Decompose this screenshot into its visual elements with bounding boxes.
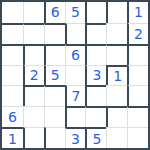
cell-r6c3[interactable] — [44, 106, 65, 127]
puzzle-grid: 65126253176135 — [0, 0, 150, 150]
cell-r2c5[interactable] — [85, 23, 106, 44]
cell-r2c6[interactable] — [106, 23, 127, 44]
cell-r3c1[interactable] — [2, 44, 23, 65]
cell-r7c6[interactable] — [106, 127, 127, 148]
cell-r6c1[interactable]: 6 — [2, 106, 23, 127]
cell-r6c6[interactable] — [106, 106, 127, 127]
cell-r4c1[interactable] — [2, 65, 23, 86]
cell-r1c7[interactable]: 1 — [127, 2, 148, 23]
cell-r4c3[interactable]: 5 — [44, 65, 65, 86]
cell-r3c5[interactable] — [85, 44, 106, 65]
cell-r7c5[interactable]: 5 — [85, 127, 106, 148]
cell-r5c4[interactable]: 7 — [65, 85, 86, 106]
cell-r5c7[interactable] — [127, 85, 148, 106]
cell-r1c2[interactable] — [23, 2, 44, 23]
cell-r7c2[interactable] — [23, 127, 44, 148]
cell-r3c6[interactable] — [106, 44, 127, 65]
cell-r6c4[interactable] — [65, 106, 86, 127]
cell-r3c7[interactable] — [127, 44, 148, 65]
cell-r7c3[interactable] — [44, 127, 65, 148]
cell-r2c7[interactable]: 2 — [127, 23, 148, 44]
cell-r1c3[interactable]: 6 — [44, 2, 65, 23]
cell-r3c4[interactable]: 6 — [65, 44, 86, 65]
cell-r5c1[interactable] — [2, 85, 23, 106]
cell-r6c7[interactable] — [127, 106, 148, 127]
cell-r6c2[interactable] — [23, 106, 44, 127]
cell-r2c1[interactable] — [2, 23, 23, 44]
cell-r1c4[interactable]: 5 — [65, 2, 86, 23]
cell-r3c3[interactable] — [44, 44, 65, 65]
cell-r4c5[interactable]: 3 — [85, 65, 106, 86]
cell-r7c1[interactable]: 1 — [2, 127, 23, 148]
cell-r4c7[interactable] — [127, 65, 148, 86]
cell-r3c2[interactable] — [23, 44, 44, 65]
cell-r1c1[interactable] — [2, 2, 23, 23]
cell-r5c3[interactable] — [44, 85, 65, 106]
cell-r2c2[interactable] — [23, 23, 44, 44]
cell-r4c6[interactable]: 1 — [106, 65, 127, 86]
cell-r1c6[interactable] — [106, 2, 127, 23]
cell-r6c5[interactable] — [85, 106, 106, 127]
cell-r4c2[interactable]: 2 — [23, 65, 44, 86]
cell-r2c4[interactable] — [65, 23, 86, 44]
cell-r7c7[interactable] — [127, 127, 148, 148]
cell-r7c4[interactable]: 3 — [65, 127, 86, 148]
cell-r4c4[interactable] — [65, 65, 86, 86]
cell-r5c5[interactable] — [85, 85, 106, 106]
cell-r1c5[interactable] — [85, 2, 106, 23]
cell-r5c6[interactable] — [106, 85, 127, 106]
cell-r5c2[interactable] — [23, 85, 44, 106]
cell-r2c3[interactable] — [44, 23, 65, 44]
